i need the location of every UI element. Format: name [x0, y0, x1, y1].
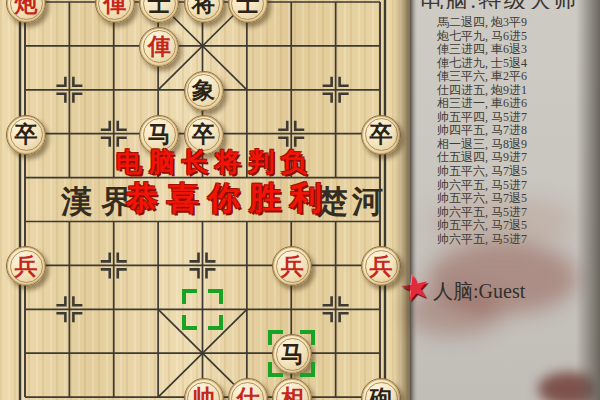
piece-glyph: 将	[192, 0, 215, 15]
piece-glyph: 卒	[15, 123, 38, 146]
piece-face: 卒	[365, 118, 398, 151]
move-list-item: 俥三平六, 車2平6	[437, 70, 595, 84]
move-list-item: 帅四平五, 马7进8	[437, 124, 595, 138]
xiangqi-board[interactable]: 漢界 楚河 炮俥士将士俥象卒马卒卒兵兵兵马帅仕相砲 电脑长将判负 恭喜你胜利	[0, 0, 410, 400]
piece-face: 仕	[231, 382, 264, 400]
piece-face: 卒	[10, 118, 43, 151]
move-list-item: 帅五平六, 马7退5	[437, 165, 595, 179]
move-list-item: 帅六平五, 马5进7	[437, 206, 595, 220]
computer-player-label: 电脑:特级大师	[420, 0, 578, 9]
piece-red-rook[interactable]: 俥	[139, 27, 179, 67]
piece-glyph: 相	[281, 387, 304, 400]
piece-face: 俥	[98, 0, 131, 20]
announcement-perpetual-check-loss: 电脑长将判负	[116, 145, 314, 180]
app-window: 漢界 楚河 炮俥士将士俥象卒马卒卒兵兵兵马帅仕相砲 电脑长将判负 恭喜你胜利 电…	[0, 0, 600, 400]
piece-glyph: 士	[236, 0, 259, 15]
piece-glyph: 炮	[15, 0, 38, 15]
piece-glyph: 兵	[281, 255, 304, 278]
piece-face: 砲	[365, 382, 398, 400]
piece-glyph: 马	[148, 123, 171, 146]
piece-face: 相	[276, 382, 309, 400]
piece-black-elephant[interactable]: 象	[184, 71, 224, 111]
human-player-row: ★ 人脑:Guest	[410, 268, 600, 308]
move-list-item: 帅五平四, 马5进7	[437, 111, 595, 125]
piece-glyph: 卒	[192, 123, 215, 146]
move-list-item: 帅六平五, 马5进7	[437, 179, 595, 193]
piece-glyph: 象	[192, 79, 215, 102]
piece-face: 俥	[143, 30, 176, 63]
move-list-item: 相一退三, 马8退9	[437, 138, 595, 152]
move-list-item: 炮七平九, 马6进5	[437, 30, 595, 44]
move-list-item: 帅五平六, 马7退5	[437, 219, 595, 233]
human-player-label: 人脑:Guest	[433, 278, 525, 305]
piece-glyph: 兵	[15, 255, 38, 278]
move-list-item: 仕四进五, 炮9进1	[437, 84, 595, 98]
move-list: 馬二退四, 炮3平9炮七平九, 马6进5俥三进四, 車6退3俥七进九, 士5退4…	[437, 16, 595, 246]
move-list-item: 馬二退四, 炮3平9	[437, 16, 595, 30]
piece-face: 帅	[187, 382, 220, 400]
piece-face: 兵	[276, 250, 309, 283]
side-panel: 电脑:特级大师 馬二退四, 炮3平9炮七平九, 马6进5俥三进四, 車6退3俥七…	[410, 0, 600, 400]
move-list-item: 仕五退四, 马9进7	[437, 151, 595, 165]
piece-black-pawn[interactable]: 卒	[6, 115, 46, 155]
piece-face: 士	[231, 0, 264, 20]
piece-glyph: 仕	[236, 387, 259, 400]
announcement-congratulations: 恭喜你胜利	[126, 177, 331, 221]
piece-face: 兵	[10, 250, 43, 283]
piece-face: 士	[143, 0, 176, 20]
move-list-item: 俥三进四, 車6退3	[437, 43, 595, 57]
piece-face: 将	[187, 0, 220, 20]
piece-glyph: 俥	[148, 35, 171, 58]
board-right-shadow	[394, 0, 410, 400]
move-list-item: 俥七进九, 士5退4	[437, 57, 595, 71]
piece-glyph: 士	[148, 0, 171, 15]
move-list-item: 相三进一, 車6进6	[437, 97, 595, 111]
piece-glyph: 俥	[103, 0, 126, 15]
piece-glyph: 兵	[370, 255, 393, 278]
piece-glyph: 砲	[370, 387, 393, 400]
piece-glyph: 帅	[192, 387, 215, 400]
panel-left-seam	[410, 0, 417, 400]
piece-face: 炮	[10, 0, 43, 20]
piece-face: 象	[187, 74, 220, 107]
piece-face: 马	[276, 338, 309, 371]
piece-face: 兵	[365, 250, 398, 283]
screen-right-edge	[576, 0, 600, 400]
piece-glyph: 卒	[370, 123, 393, 146]
move-list-item: 帅六平五, 马5进7	[437, 233, 595, 247]
computer-player-row: 电脑:特级大师	[410, 0, 600, 9]
move-list-item: 帅五平六, 马7退5	[437, 192, 595, 206]
piece-glyph: 马	[281, 343, 304, 366]
